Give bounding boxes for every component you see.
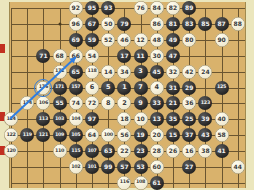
move-number: 20 [153,132,161,138]
go-stone-w76: 76 [134,1,148,15]
go-stone-w66: 66 [69,49,83,63]
go-stone-w12: 12 [134,33,148,47]
go-stone-w20: 20 [150,128,164,142]
go-stone-w100: 100 [101,128,115,142]
move-number: 123 [201,101,210,106]
move-number: 105 [71,133,80,138]
move-number: 64 [88,132,96,138]
go-stone-w8: 8 [101,96,115,110]
move-number: 87 [217,21,225,27]
move-number: 23 [136,148,144,154]
move-number: 27 [185,164,193,170]
move-number: 52 [104,37,112,43]
move-number: 8 [106,100,111,107]
move-number: 32 [169,69,177,75]
go-stone-b47: 47 [166,49,180,63]
move-number: 54 [88,53,96,59]
move-number: 116 [120,180,129,185]
move-number: 157 [71,85,80,90]
go-stone-b85: 85 [198,17,212,31]
go-stone-w116: 116 [117,176,131,190]
move-number: 25 [185,116,193,122]
go-stone-b11: 11 [134,49,148,63]
move-number: 174 [23,101,32,106]
go-stone-b59: 59 [85,33,99,47]
move-number: 115 [71,149,80,154]
move-number: 90 [217,37,225,43]
go-stone-w40: 40 [215,112,229,126]
go-stone-b157: 157 [69,81,83,95]
go-stone-w6: 6 [85,81,99,95]
move-number: 122 [6,133,15,138]
move-number: 82 [169,5,177,11]
go-stone-b41: 41 [215,144,229,158]
go-stone-w172: 172 [53,65,67,79]
move-number: 67 [88,21,96,27]
move-number: 24 [201,69,209,75]
move-number: 124 [6,117,15,122]
go-stone-b121: 121 [36,128,50,142]
move-number: 109 [55,133,64,138]
move-number: 59 [88,37,96,43]
go-stone-b5: 5 [101,81,115,95]
go-stone-w108: 108 [134,176,148,190]
go-stone-b39: 39 [198,112,212,126]
move-number: 42 [185,69,193,75]
go-stone-w118: 118 [85,65,99,79]
move-number: 88 [234,21,242,27]
board-frame-right-edge [245,0,246,190]
go-stone-b107: 107 [85,144,99,158]
move-number: 108 [136,180,145,185]
go-stone-b31: 31 [166,81,180,95]
move-number: 110 [55,149,64,154]
go-stone-w54: 54 [85,49,99,63]
move-number: 71 [39,53,47,59]
move-number: 38 [201,148,209,154]
move-number: 36 [185,100,193,106]
move-number: 104 [71,117,80,122]
go-stone-w174: 174 [20,96,34,110]
move-number: 113 [39,117,48,122]
move-number: 12 [136,37,144,43]
go-stone-w176: 176 [36,81,50,95]
go-stone-w30: 30 [150,49,164,63]
go-stone-b43: 43 [198,128,212,142]
move-number: 102 [71,165,80,170]
go-stone-b115: 115 [69,144,83,158]
move-number: 56 [120,132,128,138]
move-number: 9 [138,100,143,107]
move-number: 86 [153,21,161,27]
go-stone-b1: 1 [117,81,131,95]
go-stone-b63: 63 [101,144,115,158]
star-point [58,22,61,25]
go-stone-w96: 96 [69,17,83,31]
move-number: 48 [153,37,161,43]
move-number: 61 [153,180,161,186]
move-number: 125 [217,85,226,90]
go-stone-b109: 109 [53,128,67,142]
go-stone-w72: 72 [85,96,99,110]
move-number: 68 [55,53,63,59]
move-number: 4 [155,84,160,91]
move-number: 93 [104,5,112,11]
move-number: 14 [104,69,112,75]
go-stone-b49: 49 [166,33,180,47]
go-stone-b33: 33 [150,96,164,110]
move-number: 176 [39,85,48,90]
move-number: 22 [120,148,128,154]
go-stone-w74: 74 [69,96,83,110]
move-number: 40 [217,116,225,122]
move-number: 13 [153,116,161,122]
move-number: 172 [55,69,64,74]
move-number: 10 [136,116,144,122]
go-stone-w46: 46 [117,33,131,47]
move-number: 55 [55,100,63,106]
move-number: 89 [185,5,193,11]
go-stone-w50: 50 [101,17,115,31]
go-stone-b45: 45 [150,65,164,79]
go-stone-w104: 104 [69,112,83,126]
go-stone-b81: 81 [166,17,180,31]
go-stone-b123: 123 [198,96,212,110]
go-stone-b21: 21 [166,96,180,110]
go-stone-w120: 120 [4,144,18,158]
move-number: 58 [217,132,225,138]
go-stone-b61: 61 [150,176,164,190]
go-stone-w102: 102 [69,160,83,174]
move-number: 171 [55,85,64,90]
go-stone-w48: 48 [150,33,164,47]
move-number: 81 [169,21,177,27]
go-stone-b119: 119 [20,128,34,142]
go-stone-b83: 83 [182,17,196,31]
go-stone-b171: 171 [53,81,67,95]
move-number: 6 [90,84,95,91]
move-number: 49 [169,37,177,43]
move-number: 106 [39,101,48,106]
move-number: 7 [138,84,143,91]
move-number: 80 [185,37,193,43]
move-number: 1 [122,84,127,91]
go-stone-b35: 35 [166,112,180,126]
go-stone-w90: 90 [215,33,229,47]
go-stone-b23: 23 [134,144,148,158]
go-stone-w106: 106 [36,96,50,110]
go-stone-w42: 42 [182,65,196,79]
move-number: 76 [136,5,144,11]
go-stone-b65: 65 [69,65,83,79]
move-number: 95 [88,5,96,11]
board-frame-left-edge [9,0,10,190]
move-number: 44 [234,164,242,170]
go-stone-w52: 52 [101,33,115,47]
go-stone-w36: 36 [182,96,196,110]
go-stone-w4: 4 [150,81,164,95]
move-number: 66 [72,53,80,59]
go-stone-b53: 53 [134,160,148,174]
move-number: 39 [201,116,209,122]
move-number: 34 [120,69,128,75]
red-marker [0,44,5,53]
go-stone-w84: 84 [150,1,164,15]
go-stone-b25: 25 [182,112,196,126]
go-stone-w2: 2 [117,96,131,110]
go-stone-b15: 15 [166,128,180,142]
move-number: 121 [39,133,48,138]
go-stone-b113: 113 [36,112,50,126]
go-stone-b99: 99 [101,160,115,174]
move-number: 47 [169,53,177,59]
go-stone-w60: 60 [150,160,164,174]
go-stone-w32: 32 [166,65,180,79]
move-number: 84 [153,5,161,11]
move-number: 35 [169,116,177,122]
move-number: 3 [138,68,143,75]
move-number: 11 [136,53,144,59]
move-number: 33 [153,100,161,106]
go-stone-b9: 9 [134,96,148,110]
go-board-viewport: 9295937684828996675079868183858788695952… [0,0,254,190]
move-number: 15 [169,132,177,138]
move-number: 16 [185,148,193,154]
move-number: 21 [169,100,177,106]
go-stone-w86: 86 [150,17,164,31]
go-stone-w82: 82 [166,1,180,15]
go-stone-b7: 7 [134,81,148,95]
move-number: 74 [72,100,80,106]
go-stone-w22: 22 [117,144,131,158]
move-number: 85 [201,21,209,27]
move-number: 72 [88,100,96,106]
move-number: 103 [55,117,64,122]
go-stone-w38: 38 [198,144,212,158]
go-stone-b125: 125 [215,81,229,95]
move-number: 96 [72,21,80,27]
go-stone-b67: 67 [85,17,99,31]
move-number: 92 [72,5,80,11]
move-number: 37 [185,132,193,138]
go-stone-w34: 34 [117,65,131,79]
go-stone-w68: 68 [53,49,67,63]
move-number: 2 [122,100,127,107]
move-number: 46 [120,37,128,43]
move-number: 118 [87,69,96,74]
go-stone-w80: 80 [182,33,196,47]
go-stone-b103: 103 [53,112,67,126]
move-number: 31 [169,85,177,91]
go-stone-w92: 92 [69,1,83,15]
go-stone-b95: 95 [85,1,99,15]
go-stone-w18: 18 [117,112,131,126]
move-number: 119 [23,133,32,138]
move-number: 5 [106,84,111,91]
go-stone-w44: 44 [231,160,245,174]
move-number: 69 [72,37,80,43]
go-stone-w64: 64 [85,128,99,142]
move-number: 18 [120,116,128,122]
move-number: 100 [104,133,113,138]
board-frame-right [246,0,254,190]
move-number: 45 [153,69,161,75]
go-stone-b29: 29 [182,81,196,95]
board-frame-left [0,0,9,190]
move-number: 60 [153,164,161,170]
go-stone-w24: 24 [198,65,212,79]
move-number: 19 [136,132,144,138]
go-stone-b13: 13 [150,112,164,126]
move-number: 57 [120,164,128,170]
go-stone-w124: 124 [4,112,18,126]
go-stone-w26: 26 [166,144,180,158]
move-number: 83 [185,21,193,27]
go-stone-b57: 57 [117,160,131,174]
go-stone-w110: 110 [53,144,67,158]
go-stone-w10: 10 [134,112,148,126]
move-number: 26 [169,148,177,154]
move-number: 43 [201,132,209,138]
go-stone-w88: 88 [231,17,245,31]
move-number: 63 [104,148,112,154]
go-stone-w58: 58 [215,128,229,142]
move-number: 28 [153,148,161,154]
move-number: 17 [120,53,128,59]
go-stone-w56: 56 [117,128,131,142]
go-stone-b93: 93 [101,1,115,15]
move-number: 99 [104,164,112,170]
move-number: 29 [185,85,193,91]
move-number: 101 [87,165,96,170]
go-stone-w28: 28 [150,144,164,158]
go-stone-b79: 79 [117,17,131,31]
go-stone-w14: 14 [101,65,115,79]
go-stone-b37: 37 [182,128,196,142]
go-stone-b71: 71 [36,49,50,63]
go-stone-b87: 87 [215,17,229,31]
move-number: 107 [87,149,96,154]
go-stone-b97: 97 [85,112,99,126]
go-stone-b101: 101 [85,160,99,174]
move-number: 120 [6,149,15,154]
move-number: 50 [104,21,112,27]
move-number: 53 [136,164,144,170]
go-stone-b105: 105 [69,128,83,142]
go-stone-b27: 27 [182,160,196,174]
move-number: 30 [153,53,161,59]
move-number: 41 [217,148,225,154]
go-stone-w16: 16 [182,144,196,158]
go-stone-b89: 89 [182,1,196,15]
go-stone-b19: 19 [134,128,148,142]
go-stone-b17: 17 [117,49,131,63]
move-number: 79 [120,21,128,27]
move-number: 97 [88,116,96,122]
go-stone-b55: 55 [53,96,67,110]
board-frame-top [0,0,254,2]
move-number: 65 [72,69,80,75]
go-stone-b3: 3 [134,65,148,79]
go-stone-w122: 122 [4,128,18,142]
go-stone-b69: 69 [69,33,83,47]
